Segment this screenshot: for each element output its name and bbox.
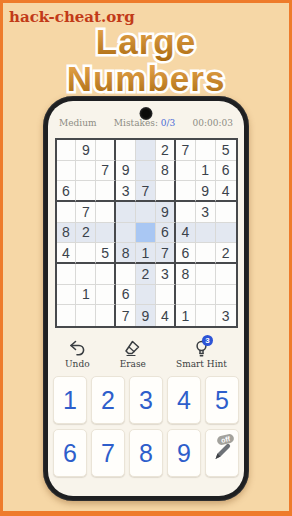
cell-r5c3[interactable] (96, 223, 116, 244)
erase-button[interactable]: Erase (120, 340, 146, 369)
sudoku-board: 92757981663794793826445817622381679413 (55, 138, 238, 328)
timer: 00:00:03 (193, 118, 233, 128)
cell-r1c5[interactable] (136, 140, 156, 161)
cell-r2c6[interactable]: 8 (156, 161, 176, 182)
number-pad-row-1: 1 2 3 4 5 (53, 376, 239, 424)
cell-r9c6[interactable]: 4 (156, 305, 176, 326)
cell-r4c9[interactable] (216, 202, 236, 223)
status-bar: Medium Mistakes: 0/3 00:00:03 (48, 118, 244, 128)
cell-r4c7[interactable] (176, 202, 196, 223)
mistakes: Mistakes: 0/3 (114, 118, 176, 128)
cell-r6c9[interactable]: 2 (216, 243, 236, 264)
smart-hint-button[interactable]: 3 Smart Hint (176, 340, 227, 369)
cell-r2c2[interactable] (76, 161, 96, 182)
undo-button[interactable]: Undo (65, 340, 90, 369)
cell-r8c9[interactable] (216, 285, 236, 306)
cell-r5c8[interactable] (196, 223, 216, 244)
number-pad-row-2: 6 7 8 9 off (53, 429, 239, 477)
numpad-7[interactable]: 7 (91, 429, 125, 477)
cell-r5c1[interactable]: 8 (57, 223, 77, 244)
numpad-3[interactable]: 3 (129, 376, 163, 424)
cell-r8c3[interactable] (96, 285, 116, 306)
mistakes-value: 0/3 (161, 118, 175, 128)
cell-r1c9[interactable]: 5 (216, 140, 236, 161)
cell-r2c4[interactable]: 9 (116, 161, 136, 182)
cell-r6c3[interactable]: 5 (96, 243, 116, 264)
eraser-icon (123, 340, 142, 357)
cell-r8c6[interactable] (156, 285, 176, 306)
cell-r1c8[interactable] (196, 140, 216, 161)
cell-r5c5[interactable] (136, 223, 156, 244)
erase-label: Erase (120, 359, 146, 369)
cell-r7c6[interactable]: 3 (156, 264, 176, 285)
cell-r6c7[interactable]: 6 (176, 243, 196, 264)
cell-r7c8[interactable] (196, 264, 216, 285)
cell-r5c2[interactable]: 2 (76, 223, 96, 244)
cell-r7c9[interactable] (216, 264, 236, 285)
cell-r2c1[interactable] (57, 161, 77, 182)
title-line2: Numbers (67, 59, 226, 98)
cell-r3c7[interactable] (176, 181, 196, 202)
cell-r9c8[interactable] (196, 305, 216, 326)
cell-r3c9[interactable]: 4 (216, 181, 236, 202)
cell-r3c5[interactable]: 7 (136, 181, 156, 202)
cell-r4c3[interactable] (96, 202, 116, 223)
cell-r2c7[interactable] (176, 161, 196, 182)
poster: hack-cheat.org Large Numbers Medium Mist… (0, 0, 292, 516)
numpad-1[interactable]: 1 (53, 376, 87, 424)
cell-r4c5[interactable] (136, 202, 156, 223)
cell-r6c1[interactable]: 4 (57, 243, 77, 264)
smart-hint-label: Smart Hint (176, 359, 227, 369)
cell-r2c3[interactable]: 7 (96, 161, 116, 182)
cell-r6c6[interactable]: 7 (156, 243, 176, 264)
cell-r5c7[interactable]: 4 (176, 223, 196, 244)
numpad-2[interactable]: 2 (91, 376, 125, 424)
cell-r3c8[interactable]: 9 (196, 181, 216, 202)
difficulty-label: Medium (59, 118, 97, 128)
cell-r1c7[interactable]: 7 (176, 140, 196, 161)
cell-r5c6[interactable]: 6 (156, 223, 176, 244)
cell-r9c3[interactable] (96, 305, 116, 326)
cell-r3c2[interactable] (76, 181, 96, 202)
cell-r1c1[interactable] (57, 140, 77, 161)
number-pad: 1 2 3 4 5 6 7 8 9 (48, 376, 244, 477)
cell-r9c2[interactable] (76, 305, 96, 326)
cell-r2c9[interactable]: 6 (216, 161, 236, 182)
numpad-4[interactable]: 4 (167, 376, 201, 424)
toolbar: Undo Erase (48, 340, 244, 369)
cell-r4c2[interactable]: 7 (76, 202, 96, 223)
cell-r8c5[interactable] (136, 285, 156, 306)
mistakes-label: Mistakes: (114, 118, 158, 128)
undo-label: Undo (65, 359, 90, 369)
phone-screen: Medium Mistakes: 0/3 00:00:03 9275798166… (48, 101, 244, 496)
cell-r3c3[interactable] (96, 181, 116, 202)
camera-punch-hole (141, 108, 152, 119)
hint-count-badge: 3 (202, 335, 213, 346)
undo-icon (68, 340, 87, 357)
cell-r8c1[interactable] (57, 285, 77, 306)
cell-r4c8[interactable]: 3 (196, 202, 216, 223)
cell-r9c1[interactable] (57, 305, 77, 326)
cell-r6c5[interactable]: 1 (136, 243, 156, 264)
cell-r1c6[interactable]: 2 (156, 140, 176, 161)
cell-r5c4[interactable] (116, 223, 136, 244)
cell-r9c5[interactable]: 9 (136, 305, 156, 326)
cell-r7c5[interactable]: 2 (136, 264, 156, 285)
numpad-5[interactable]: 5 (205, 376, 239, 424)
cell-r9c7[interactable]: 1 (176, 305, 196, 326)
numpad-6[interactable]: 6 (53, 429, 87, 477)
cell-r1c2[interactable]: 9 (76, 140, 96, 161)
cell-r4c4[interactable] (116, 202, 136, 223)
cell-r1c4[interactable] (116, 140, 136, 161)
cell-r3c6[interactable] (156, 181, 176, 202)
phone-frame: Medium Mistakes: 0/3 00:00:03 9275798166… (43, 96, 249, 501)
cell-r8c2[interactable]: 1 (76, 285, 96, 306)
cell-r3c4[interactable]: 3 (116, 181, 136, 202)
cell-r6c8[interactable] (196, 243, 216, 264)
cell-r8c4[interactable]: 6 (116, 285, 136, 306)
cell-r7c7[interactable]: 8 (176, 264, 196, 285)
cell-r7c4[interactable] (116, 264, 136, 285)
cell-r7c3[interactable] (96, 264, 116, 285)
pencil-mode-button[interactable]: off (205, 429, 239, 477)
numpad-8[interactable]: 8 (129, 429, 163, 477)
cell-r5c9[interactable] (216, 223, 236, 244)
cell-r3c1[interactable]: 6 (57, 181, 77, 202)
cell-r8c7[interactable] (176, 285, 196, 306)
cell-r7c2[interactable] (76, 264, 96, 285)
cell-r1c3[interactable] (96, 140, 116, 161)
cell-r4c6[interactable]: 9 (156, 202, 176, 223)
cell-r6c2[interactable] (76, 243, 96, 264)
cell-r2c5[interactable] (136, 161, 156, 182)
cell-r9c4[interactable]: 7 (116, 305, 136, 326)
title: Large Numbers (3, 19, 289, 101)
lightbulb-icon: 3 (192, 340, 211, 357)
cell-r8c8[interactable] (196, 285, 216, 306)
title-line1: Large (96, 22, 196, 61)
cell-r4c1[interactable] (57, 202, 77, 223)
cell-r6c4[interactable]: 8 (116, 243, 136, 264)
cell-r2c8[interactable]: 1 (196, 161, 216, 182)
cell-r7c1[interactable] (57, 264, 77, 285)
cell-r9c9[interactable]: 3 (216, 305, 236, 326)
numpad-9[interactable]: 9 (167, 429, 201, 477)
